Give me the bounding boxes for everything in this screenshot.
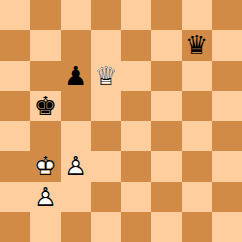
square-a8[interactable] [0,0,30,30]
square-e2[interactable] [121,182,151,212]
square-b4[interactable] [30,121,60,151]
square-a2[interactable] [0,182,30,212]
square-a4[interactable] [0,121,30,151]
square-d1[interactable] [91,212,121,242]
square-c8[interactable] [61,0,91,30]
square-f7[interactable] [151,30,181,60]
square-b2[interactable]: ♟♙ [30,182,60,212]
square-a7[interactable] [0,30,30,60]
piece-white-queen[interactable]: ♛♕ [91,61,121,91]
piece-black-king[interactable]: ♚ [30,91,60,121]
square-e3[interactable] [121,151,151,181]
square-d3[interactable] [91,151,121,181]
square-f2[interactable] [151,182,181,212]
square-g1[interactable] [182,212,212,242]
square-h8[interactable] [212,0,242,30]
square-g8[interactable] [182,0,212,30]
square-a3[interactable] [0,151,30,181]
square-f4[interactable] [151,121,181,151]
square-e1[interactable] [121,212,151,242]
square-f3[interactable] [151,151,181,181]
square-e8[interactable] [121,0,151,30]
square-d6[interactable]: ♛♕ [91,61,121,91]
square-c4[interactable] [61,121,91,151]
piece-white-pawn[interactable]: ♟♙ [61,151,91,181]
black-pawn-glyph: ♟ [61,61,91,91]
black-queen-glyph: ♛ [182,30,212,60]
square-g3[interactable] [182,151,212,181]
piece-white-pawn[interactable]: ♟♙ [30,182,60,212]
chess-board: ♛♟♛♕♚♚♔♟♙♟♙ [0,0,242,242]
square-a1[interactable] [0,212,30,242]
square-a6[interactable] [0,61,30,91]
square-f8[interactable] [151,0,181,30]
square-b5[interactable]: ♚ [30,91,60,121]
square-e4[interactable] [121,121,151,151]
square-c2[interactable] [61,182,91,212]
square-h4[interactable] [212,121,242,151]
square-g5[interactable] [182,91,212,121]
square-b8[interactable] [30,0,60,30]
square-b7[interactable] [30,30,60,60]
white-pawn-glyph-outline: ♙ [30,182,60,212]
square-c3[interactable]: ♟♙ [61,151,91,181]
piece-black-queen[interactable]: ♛ [182,30,212,60]
square-f6[interactable] [151,61,181,91]
square-h6[interactable] [212,61,242,91]
square-d4[interactable] [91,121,121,151]
square-h5[interactable] [212,91,242,121]
square-a5[interactable] [0,91,30,121]
black-king-glyph: ♚ [30,91,60,121]
square-h1[interactable] [212,212,242,242]
piece-black-pawn[interactable]: ♟ [61,61,91,91]
square-f1[interactable] [151,212,181,242]
square-g6[interactable] [182,61,212,91]
square-g7[interactable]: ♛ [182,30,212,60]
square-d5[interactable] [91,91,121,121]
square-g2[interactable] [182,182,212,212]
square-e7[interactable] [121,30,151,60]
square-d2[interactable] [91,182,121,212]
square-b1[interactable] [30,212,60,242]
square-b3[interactable]: ♚♔ [30,151,60,181]
white-queen-glyph-outline: ♕ [91,61,121,91]
square-f5[interactable] [151,91,181,121]
square-c1[interactable] [61,212,91,242]
square-h2[interactable] [212,182,242,212]
white-pawn-glyph-outline: ♙ [61,151,91,181]
square-e5[interactable] [121,91,151,121]
square-h7[interactable] [212,30,242,60]
square-c5[interactable] [61,91,91,121]
square-c6[interactable]: ♟ [61,61,91,91]
square-d8[interactable] [91,0,121,30]
square-g4[interactable] [182,121,212,151]
piece-white-king[interactable]: ♚♔ [30,151,60,181]
square-e6[interactable] [121,61,151,91]
square-h3[interactable] [212,151,242,181]
square-d7[interactable] [91,30,121,60]
square-c7[interactable] [61,30,91,60]
square-b6[interactable] [30,61,60,91]
white-king-glyph-outline: ♔ [30,151,60,181]
